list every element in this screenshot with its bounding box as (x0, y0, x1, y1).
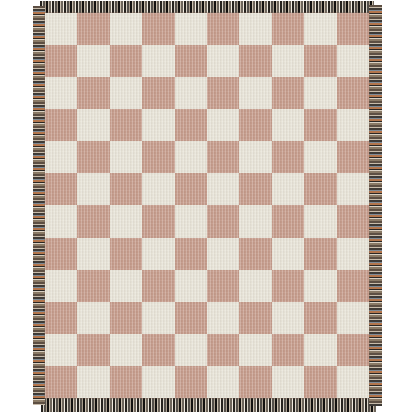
board-square (45, 302, 77, 334)
board-square (175, 77, 207, 109)
board-square (142, 109, 174, 141)
board-square (142, 302, 174, 334)
board-square (175, 238, 207, 270)
fringe-right-edge (369, 5, 382, 406)
board-square (304, 13, 336, 45)
board-square (207, 205, 239, 237)
board-square (110, 13, 142, 45)
board-square (110, 77, 142, 109)
board-square (272, 173, 304, 205)
board-square (175, 45, 207, 77)
board-square (77, 334, 109, 366)
board-square (337, 173, 369, 205)
board-square (239, 238, 271, 270)
board (45, 13, 369, 398)
board-square (142, 238, 174, 270)
board-square (45, 270, 77, 302)
board-square (337, 334, 369, 366)
board-square (304, 77, 336, 109)
board-square (272, 238, 304, 270)
board-square (337, 13, 369, 45)
board-square (239, 270, 271, 302)
board-square (77, 238, 109, 270)
board-square (175, 13, 207, 45)
fringe-top-edge (40, 1, 374, 13)
board-square (239, 302, 271, 334)
board-square (142, 334, 174, 366)
board-square (239, 366, 271, 398)
board-square (337, 270, 369, 302)
board-square (175, 302, 207, 334)
board-square (304, 238, 336, 270)
board-square (142, 141, 174, 173)
board-square (337, 77, 369, 109)
board-square (45, 109, 77, 141)
board-square (304, 205, 336, 237)
board-square (304, 302, 336, 334)
board-square (239, 109, 271, 141)
board-square (337, 109, 369, 141)
board-square (337, 205, 369, 237)
board-square (45, 45, 77, 77)
board-square (304, 141, 336, 173)
board-square (207, 77, 239, 109)
board-square (304, 366, 336, 398)
board-square (45, 173, 77, 205)
board-square (77, 270, 109, 302)
board-square (272, 141, 304, 173)
board-square (175, 205, 207, 237)
board-square (110, 238, 142, 270)
board-square (239, 13, 271, 45)
board-square (272, 302, 304, 334)
board-square (110, 334, 142, 366)
board-square (45, 334, 77, 366)
board-square (272, 334, 304, 366)
board-square (77, 366, 109, 398)
board-square (175, 270, 207, 302)
board-square (272, 205, 304, 237)
board-square (207, 45, 239, 77)
board-square (77, 302, 109, 334)
board-square (207, 13, 239, 45)
board-square (207, 141, 239, 173)
board-square (272, 77, 304, 109)
board-square (142, 173, 174, 205)
board-square (207, 238, 239, 270)
board-square (304, 109, 336, 141)
blanket-product-photo (0, 0, 416, 416)
board-square (207, 302, 239, 334)
board-square (239, 45, 271, 77)
board-square (110, 109, 142, 141)
board-square (77, 141, 109, 173)
board-square (110, 173, 142, 205)
board-square (304, 45, 336, 77)
board-square (239, 141, 271, 173)
board-square (207, 366, 239, 398)
board-square (304, 173, 336, 205)
board-square (110, 205, 142, 237)
board-square (45, 238, 77, 270)
board-square (304, 334, 336, 366)
board-square (175, 109, 207, 141)
board-square (272, 45, 304, 77)
board-square (175, 334, 207, 366)
board-square (45, 13, 77, 45)
board-square (110, 141, 142, 173)
board-square (175, 173, 207, 205)
fringe-left-edge (33, 6, 45, 405)
board-square (272, 270, 304, 302)
board-square (239, 173, 271, 205)
board-square (142, 270, 174, 302)
board-square (142, 205, 174, 237)
board-square (142, 366, 174, 398)
board-square (272, 109, 304, 141)
board-square (337, 45, 369, 77)
board-square (142, 45, 174, 77)
board-square (207, 173, 239, 205)
board-square (337, 366, 369, 398)
board-square (175, 366, 207, 398)
board-square (110, 366, 142, 398)
board-square (77, 45, 109, 77)
board-square (304, 270, 336, 302)
board-square (207, 334, 239, 366)
board-square (175, 141, 207, 173)
board-square (77, 205, 109, 237)
board-square (142, 13, 174, 45)
board-square (110, 270, 142, 302)
board-square (77, 77, 109, 109)
board-square (337, 302, 369, 334)
board-square (239, 205, 271, 237)
board-square (272, 366, 304, 398)
board-square (239, 77, 271, 109)
board-square (337, 141, 369, 173)
board-square (110, 45, 142, 77)
board-square (77, 173, 109, 205)
board-square (77, 13, 109, 45)
board-square (45, 366, 77, 398)
board-square (207, 109, 239, 141)
blanket-fabric (45, 13, 369, 398)
board-square (45, 205, 77, 237)
board-square (207, 270, 239, 302)
board-square (77, 109, 109, 141)
board-square (45, 141, 77, 173)
board-square (45, 77, 77, 109)
board-square (239, 334, 271, 366)
board-square (337, 238, 369, 270)
board-square (272, 13, 304, 45)
board-square (110, 302, 142, 334)
board-square (142, 77, 174, 109)
fringe-bottom-edge (41, 398, 376, 412)
